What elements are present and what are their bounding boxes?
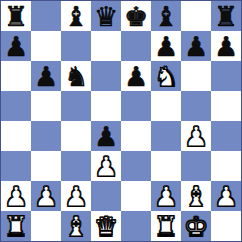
square-h1[interactable]: [211, 211, 241, 241]
piece-black-pawn[interactable]: ♟: [184, 32, 208, 61]
square-h8[interactable]: ♜: [211, 1, 241, 31]
piece-black-bishop[interactable]: ♝: [64, 2, 88, 31]
square-g7[interactable]: ♟: [181, 31, 211, 61]
piece-white-bishop[interactable]: ♝: [184, 182, 208, 211]
square-c4[interactable]: [61, 121, 91, 151]
piece-black-rook[interactable]: ♜: [214, 2, 238, 31]
square-c8[interactable]: ♝: [61, 1, 91, 31]
square-a5[interactable]: [1, 91, 31, 121]
square-f2[interactable]: ♟: [151, 181, 181, 211]
piece-black-pawn[interactable]: ♟: [214, 32, 238, 61]
square-e3[interactable]: [121, 151, 151, 181]
square-a4[interactable]: [1, 121, 31, 151]
square-a1[interactable]: ♜: [1, 211, 31, 241]
piece-white-pawn[interactable]: ♟: [94, 152, 118, 181]
square-a8[interactable]: ♜: [1, 1, 31, 31]
square-e7[interactable]: [121, 31, 151, 61]
square-h6[interactable]: [211, 61, 241, 91]
piece-black-pawn[interactable]: ♟: [94, 122, 118, 151]
square-h3[interactable]: [211, 151, 241, 181]
square-b8[interactable]: [31, 1, 61, 31]
square-b4[interactable]: [31, 121, 61, 151]
piece-white-pawn[interactable]: ♟: [154, 182, 178, 211]
square-c7[interactable]: [61, 31, 91, 61]
square-e6[interactable]: ♟: [121, 61, 151, 91]
square-h7[interactable]: ♟: [211, 31, 241, 61]
square-e4[interactable]: [121, 121, 151, 151]
square-h2[interactable]: ♟: [211, 181, 241, 211]
chess-board: ♜♝♛♚♝♜♟♟♟♟♟♞♟♞♟♟♟♟♟♟♟♝♟♜♝♛♜♚: [0, 0, 242, 242]
square-f7[interactable]: ♟: [151, 31, 181, 61]
piece-black-king[interactable]: ♚: [124, 2, 148, 31]
square-a6[interactable]: [1, 61, 31, 91]
piece-white-king[interactable]: ♚: [184, 212, 208, 241]
square-f1[interactable]: ♜: [151, 211, 181, 241]
piece-black-queen[interactable]: ♛: [94, 2, 118, 31]
square-d5[interactable]: [91, 91, 121, 121]
square-c5[interactable]: [61, 91, 91, 121]
square-b6[interactable]: ♟: [31, 61, 61, 91]
square-f5[interactable]: [151, 91, 181, 121]
chess-board-grid: ♜♝♛♚♝♜♟♟♟♟♟♞♟♞♟♟♟♟♟♟♟♝♟♜♝♛♜♚: [1, 1, 241, 241]
piece-black-rook[interactable]: ♜: [4, 2, 28, 31]
square-b7[interactable]: [31, 31, 61, 61]
square-b2[interactable]: ♟: [31, 181, 61, 211]
square-g5[interactable]: [181, 91, 211, 121]
piece-black-knight[interactable]: ♞: [64, 62, 88, 91]
piece-black-pawn[interactable]: ♟: [154, 32, 178, 61]
square-b1[interactable]: [31, 211, 61, 241]
piece-white-rook[interactable]: ♜: [4, 212, 28, 241]
square-f8[interactable]: ♝: [151, 1, 181, 31]
square-g6[interactable]: [181, 61, 211, 91]
piece-white-knight[interactable]: ♞: [154, 62, 178, 91]
square-g3[interactable]: [181, 151, 211, 181]
square-d8[interactable]: ♛: [91, 1, 121, 31]
piece-white-bishop[interactable]: ♝: [64, 212, 88, 241]
square-b3[interactable]: [31, 151, 61, 181]
square-e5[interactable]: [121, 91, 151, 121]
square-e1[interactable]: [121, 211, 151, 241]
piece-white-queen[interactable]: ♛: [94, 212, 118, 241]
piece-black-pawn[interactable]: ♟: [124, 62, 148, 91]
square-a7[interactable]: ♟: [1, 31, 31, 61]
square-c3[interactable]: [61, 151, 91, 181]
piece-white-pawn[interactable]: ♟: [34, 182, 58, 211]
square-h5[interactable]: [211, 91, 241, 121]
square-g8[interactable]: [181, 1, 211, 31]
square-g1[interactable]: ♚: [181, 211, 211, 241]
piece-white-pawn[interactable]: ♟: [184, 122, 208, 151]
square-f6[interactable]: ♞: [151, 61, 181, 91]
square-c2[interactable]: ♟: [61, 181, 91, 211]
piece-white-rook[interactable]: ♜: [154, 212, 178, 241]
square-d1[interactable]: ♛: [91, 211, 121, 241]
square-d4[interactable]: ♟: [91, 121, 121, 151]
square-d2[interactable]: [91, 181, 121, 211]
piece-black-pawn[interactable]: ♟: [4, 32, 28, 61]
square-d6[interactable]: [91, 61, 121, 91]
piece-white-pawn[interactable]: ♟: [4, 182, 28, 211]
square-c6[interactable]: ♞: [61, 61, 91, 91]
square-a3[interactable]: [1, 151, 31, 181]
piece-black-bishop[interactable]: ♝: [154, 2, 178, 31]
square-g2[interactable]: ♝: [181, 181, 211, 211]
piece-black-pawn[interactable]: ♟: [34, 62, 58, 91]
square-g4[interactable]: ♟: [181, 121, 211, 151]
square-h4[interactable]: [211, 121, 241, 151]
square-a2[interactable]: ♟: [1, 181, 31, 211]
square-d3[interactable]: ♟: [91, 151, 121, 181]
square-f3[interactable]: [151, 151, 181, 181]
square-c1[interactable]: ♝: [61, 211, 91, 241]
square-b5[interactable]: [31, 91, 61, 121]
piece-white-pawn[interactable]: ♟: [214, 182, 238, 211]
square-e2[interactable]: [121, 181, 151, 211]
piece-white-pawn[interactable]: ♟: [64, 182, 88, 211]
square-f4[interactable]: [151, 121, 181, 151]
square-e8[interactable]: ♚: [121, 1, 151, 31]
square-d7[interactable]: [91, 31, 121, 61]
